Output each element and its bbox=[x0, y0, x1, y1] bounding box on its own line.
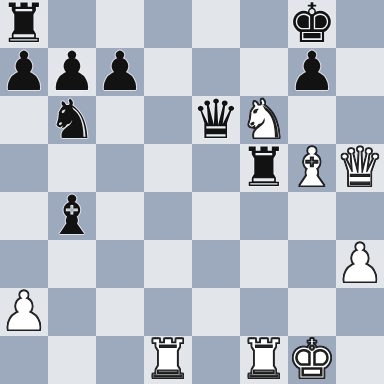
square-a1[interactable] bbox=[0, 336, 48, 384]
square-b4[interactable]: ♝ bbox=[48, 192, 96, 240]
piece-white-queen[interactable]: ♛ bbox=[336, 144, 384, 192]
square-a5[interactable] bbox=[0, 144, 48, 192]
square-c1[interactable] bbox=[96, 336, 144, 384]
piece-black-pawn[interactable]: ♟ bbox=[288, 48, 336, 96]
square-e6[interactable]: ♛ bbox=[192, 96, 240, 144]
square-c6[interactable] bbox=[96, 96, 144, 144]
square-g3[interactable] bbox=[288, 240, 336, 288]
piece-black-rook[interactable]: ♜ bbox=[240, 144, 288, 192]
square-d1[interactable]: ♜ bbox=[144, 336, 192, 384]
piece-white-rook[interactable]: ♜ bbox=[144, 336, 192, 384]
square-h2[interactable] bbox=[336, 288, 384, 336]
square-a2[interactable]: ♟ bbox=[0, 288, 48, 336]
piece-black-pawn[interactable]: ♟ bbox=[0, 48, 48, 96]
square-d5[interactable] bbox=[144, 144, 192, 192]
square-h1[interactable] bbox=[336, 336, 384, 384]
square-f5[interactable]: ♜ bbox=[240, 144, 288, 192]
square-c2[interactable] bbox=[96, 288, 144, 336]
square-c5[interactable] bbox=[96, 144, 144, 192]
square-g5[interactable]: ♝ bbox=[288, 144, 336, 192]
square-h5[interactable]: ♛ bbox=[336, 144, 384, 192]
square-d6[interactable] bbox=[144, 96, 192, 144]
square-b2[interactable] bbox=[48, 288, 96, 336]
square-a7[interactable]: ♟ bbox=[0, 48, 48, 96]
piece-black-knight[interactable]: ♞ bbox=[48, 96, 96, 144]
piece-white-bishop[interactable]: ♝ bbox=[288, 144, 336, 192]
square-f8[interactable] bbox=[240, 0, 288, 48]
square-e1[interactable] bbox=[192, 336, 240, 384]
square-a4[interactable] bbox=[0, 192, 48, 240]
square-e3[interactable] bbox=[192, 240, 240, 288]
chess-board: ♜♚♟♟♟♟♞♛♞♜♝♛♝♟♟♜♜♚ bbox=[0, 0, 384, 384]
piece-white-pawn[interactable]: ♟ bbox=[0, 288, 48, 336]
piece-black-bishop[interactable]: ♝ bbox=[48, 192, 96, 240]
square-d3[interactable] bbox=[144, 240, 192, 288]
square-e5[interactable] bbox=[192, 144, 240, 192]
square-b6[interactable]: ♞ bbox=[48, 96, 96, 144]
piece-white-rook[interactable]: ♜ bbox=[240, 336, 288, 384]
square-g1[interactable]: ♚ bbox=[288, 336, 336, 384]
square-d4[interactable] bbox=[144, 192, 192, 240]
square-h7[interactable] bbox=[336, 48, 384, 96]
square-g4[interactable] bbox=[288, 192, 336, 240]
square-f1[interactable]: ♜ bbox=[240, 336, 288, 384]
square-e8[interactable] bbox=[192, 0, 240, 48]
square-f3[interactable] bbox=[240, 240, 288, 288]
square-h8[interactable] bbox=[336, 0, 384, 48]
square-b1[interactable] bbox=[48, 336, 96, 384]
square-f4[interactable] bbox=[240, 192, 288, 240]
piece-black-queen[interactable]: ♛ bbox=[192, 96, 240, 144]
square-b3[interactable] bbox=[48, 240, 96, 288]
square-h3[interactable]: ♟ bbox=[336, 240, 384, 288]
square-g7[interactable]: ♟ bbox=[288, 48, 336, 96]
square-e4[interactable] bbox=[192, 192, 240, 240]
piece-black-pawn[interactable]: ♟ bbox=[96, 48, 144, 96]
square-e2[interactable] bbox=[192, 288, 240, 336]
piece-white-king[interactable]: ♚ bbox=[288, 336, 336, 384]
square-c7[interactable]: ♟ bbox=[96, 48, 144, 96]
square-d8[interactable] bbox=[144, 0, 192, 48]
square-d7[interactable] bbox=[144, 48, 192, 96]
square-c3[interactable] bbox=[96, 240, 144, 288]
square-a6[interactable] bbox=[0, 96, 48, 144]
piece-white-pawn[interactable]: ♟ bbox=[336, 240, 384, 288]
square-c4[interactable] bbox=[96, 192, 144, 240]
